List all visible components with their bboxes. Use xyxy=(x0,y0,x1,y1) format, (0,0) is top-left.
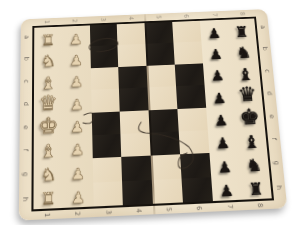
square-f2 xyxy=(63,207,93,208)
piece-black-bishop-c8: ♝ xyxy=(230,61,260,84)
square-a5 xyxy=(90,45,119,68)
square-a3 xyxy=(144,22,173,44)
square-f8 xyxy=(242,198,272,199)
piece-white-king-e1: ♚ xyxy=(34,114,63,138)
white-pawn-glyph: ♟ xyxy=(71,191,85,206)
square-b4 xyxy=(174,63,204,86)
black-pawn-glyph: ♟ xyxy=(217,161,232,176)
white-pawn-glyph: ♟ xyxy=(70,76,83,90)
black-bishop-glyph: ♝ xyxy=(243,133,261,150)
square-d7 xyxy=(152,178,183,204)
white-knight-glyph: ♞ xyxy=(41,167,57,184)
square-d2 xyxy=(121,156,151,181)
chess-board: 12345678 12345678 abcdefgh abcdefgh ♜♞♝♛… xyxy=(19,9,288,220)
square-c8 xyxy=(178,130,209,155)
square-c3 xyxy=(149,109,179,133)
piece-white-knight-g1: ♞ xyxy=(34,160,64,185)
piece-white-rook-h1: ♜ xyxy=(33,184,63,210)
piece-black-pawn-a7: ♟ xyxy=(199,20,228,42)
square-b1 xyxy=(90,67,119,90)
white-rook-glyph: ♜ xyxy=(41,34,55,48)
piece-white-pawn-b2: ♟ xyxy=(62,47,90,70)
piece-black-pawn-e7: ♟ xyxy=(206,106,236,130)
piece-black-knight-b8: ♞ xyxy=(229,39,259,62)
piece-black-pawn-b7: ♟ xyxy=(201,41,230,64)
square-a8 xyxy=(173,42,202,65)
square-f1 xyxy=(33,208,63,209)
square-g7 xyxy=(212,200,242,201)
piece-white-pawn-a2: ♟ xyxy=(62,25,90,47)
black-pawn-glyph: ♟ xyxy=(211,70,225,83)
square-e2 xyxy=(63,207,93,208)
piece-white-knight-b1: ♞ xyxy=(34,48,62,71)
piece-black-queen-d8: ♛ xyxy=(232,83,262,106)
white-knight-glyph: ♞ xyxy=(41,54,56,69)
black-bishop-glyph: ♝ xyxy=(237,66,254,82)
square-d3 xyxy=(151,155,182,180)
square-e8 xyxy=(242,198,272,199)
black-queen-glyph: ♛ xyxy=(237,86,257,105)
black-pawn-glyph: ♟ xyxy=(214,115,228,129)
piece-black-rook-a8: ♜ xyxy=(227,18,256,40)
square-c2 xyxy=(120,110,150,134)
piece-black-pawn-d7: ♟ xyxy=(204,84,234,108)
black-pawn-glyph: ♟ xyxy=(219,185,234,200)
black-rook-glyph: ♜ xyxy=(248,182,264,198)
piece-white-pawn-c2: ♟ xyxy=(62,68,91,91)
file-labels-left: abcdefgh xyxy=(19,26,33,212)
square-d8 xyxy=(181,177,212,203)
white-king-glyph: ♚ xyxy=(38,116,58,137)
white-pawn-glyph: ♟ xyxy=(70,55,83,68)
black-rook-glyph: ♜ xyxy=(234,26,249,40)
white-bishop-glyph: ♝ xyxy=(40,75,56,91)
white-bishop-glyph: ♝ xyxy=(40,143,56,160)
square-b7 xyxy=(147,86,177,110)
white-pawn-glyph: ♟ xyxy=(71,144,85,158)
piece-black-king-e8: ♚ xyxy=(234,105,265,129)
white-pawn-glyph: ♟ xyxy=(69,33,82,46)
square-c4 xyxy=(177,107,207,131)
square-g2 xyxy=(63,207,93,208)
white-pawn-glyph: ♟ xyxy=(71,167,85,182)
square-a6 xyxy=(118,44,147,67)
square-c1 xyxy=(91,111,120,135)
white-queen-glyph: ♛ xyxy=(39,94,58,113)
square-b2 xyxy=(118,66,147,89)
black-pawn-glyph: ♟ xyxy=(216,138,231,152)
photo-stage: 12345678 12345678 abcdefgh abcdefgh ♜♞♝♛… xyxy=(0,0,300,225)
square-b6 xyxy=(119,87,148,111)
piece-black-pawn-c7: ♟ xyxy=(202,62,232,85)
piece-black-pawn-g7: ♟ xyxy=(209,152,240,177)
piece-black-pawn-h7: ♟ xyxy=(211,176,242,202)
square-b8 xyxy=(176,85,206,109)
piece-black-knight-g8: ♞ xyxy=(238,151,269,176)
piece-white-queen-d1: ♛ xyxy=(34,91,63,115)
white-pawn-glyph: ♟ xyxy=(70,98,84,112)
square-c6 xyxy=(121,133,151,158)
square-a7 xyxy=(145,43,174,66)
square-a1 xyxy=(89,24,117,46)
black-pawn-glyph: ♟ xyxy=(209,49,223,62)
square-a2 xyxy=(117,23,145,45)
square-c5 xyxy=(92,134,122,159)
square-d4 xyxy=(180,153,211,178)
white-rook-glyph: ♜ xyxy=(41,192,56,208)
square-c7 xyxy=(150,131,180,156)
square-e1 xyxy=(33,208,63,209)
square-d5 xyxy=(93,181,123,207)
piece-white-pawn-f2: ♟ xyxy=(63,135,92,160)
piece-white-pawn-e2: ♟ xyxy=(63,112,92,136)
piece-white-bishop-f1: ♝ xyxy=(34,136,63,161)
square-h8 xyxy=(242,198,272,199)
square-h1 xyxy=(33,208,63,209)
piece-white-bishop-c1: ♝ xyxy=(34,69,62,92)
black-king-glyph: ♚ xyxy=(239,107,260,128)
black-knight-glyph: ♞ xyxy=(236,46,252,61)
black-pawn-glyph: ♟ xyxy=(212,92,226,106)
square-b5 xyxy=(91,89,120,113)
white-pawn-glyph: ♟ xyxy=(70,121,84,135)
black-knight-glyph: ♞ xyxy=(245,158,262,175)
square-d1 xyxy=(92,157,122,182)
piece-black-pawn-f7: ♟ xyxy=(207,129,238,153)
square-h2 xyxy=(63,207,93,208)
piece-black-bishop-f8: ♝ xyxy=(236,127,267,151)
square-g1 xyxy=(33,208,63,209)
square-b3 xyxy=(146,64,175,87)
piece-white-pawn-h2: ♟ xyxy=(63,182,93,208)
square-a4 xyxy=(172,21,201,43)
square-d6 xyxy=(122,180,153,206)
square-e7 xyxy=(212,200,242,201)
square-g8 xyxy=(242,198,272,199)
square-h7 xyxy=(212,200,242,201)
piece-white-pawn-g2: ♟ xyxy=(63,158,93,183)
piece-black-rook-h8: ♜ xyxy=(240,174,272,199)
piece-white-rook-a1: ♜ xyxy=(34,27,62,49)
piece-white-pawn-d2: ♟ xyxy=(62,90,91,114)
square-f7 xyxy=(212,200,242,201)
black-pawn-glyph: ♟ xyxy=(207,28,221,41)
